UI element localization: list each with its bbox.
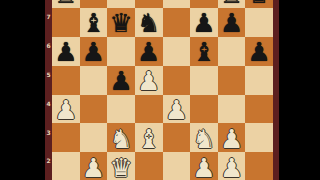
piece-black-queen-c7[interactable]: ♛ xyxy=(109,10,132,36)
square-g5[interactable] xyxy=(218,66,246,95)
piece-black-rook-g8[interactable]: ♜ xyxy=(220,0,243,7)
square-c6[interactable] xyxy=(107,37,135,66)
square-d7[interactable]: ♞ xyxy=(135,8,163,37)
square-f2[interactable]: ♟ xyxy=(190,152,218,180)
square-e8[interactable] xyxy=(163,0,191,8)
square-a6[interactable]: ♟ xyxy=(52,37,80,66)
piece-white-pawn-a4[interactable]: ♟ xyxy=(54,97,77,123)
piece-white-pawn-f2[interactable]: ♟ xyxy=(192,155,215,180)
square-d3[interactable]: ♝ xyxy=(135,123,163,152)
square-h7[interactable] xyxy=(245,8,273,37)
square-h2[interactable] xyxy=(245,152,273,180)
square-h5[interactable] xyxy=(245,66,273,95)
square-h6[interactable]: ♟ xyxy=(245,37,273,66)
square-c5[interactable]: ♟ xyxy=(107,66,135,95)
square-e4[interactable]: ♟ xyxy=(163,95,191,124)
rank-label-2: 2 xyxy=(45,158,52,164)
rank-label-7: 7 xyxy=(45,14,52,20)
square-h8[interactable]: ♚ xyxy=(245,0,273,8)
square-b3[interactable] xyxy=(80,123,108,152)
square-b8[interactable] xyxy=(80,0,108,8)
piece-white-pawn-e4[interactable]: ♟ xyxy=(165,97,188,123)
square-g3[interactable]: ♟ xyxy=(218,123,246,152)
square-g4[interactable] xyxy=(218,95,246,124)
piece-white-knight-f3[interactable]: ♞ xyxy=(192,126,215,152)
square-b2[interactable]: ♟ xyxy=(80,152,108,180)
square-e3[interactable] xyxy=(163,123,191,152)
square-e7[interactable] xyxy=(163,8,191,37)
square-d2[interactable] xyxy=(135,152,163,180)
square-e5[interactable] xyxy=(163,66,191,95)
square-g2[interactable]: ♟ xyxy=(218,152,246,180)
square-c8[interactable] xyxy=(107,0,135,8)
square-d5[interactable]: ♟ xyxy=(135,66,163,95)
square-c2[interactable]: ♛ xyxy=(107,152,135,180)
square-b5[interactable] xyxy=(80,66,108,95)
piece-white-pawn-b2[interactable]: ♟ xyxy=(82,155,105,180)
piece-black-knight-d7[interactable]: ♞ xyxy=(137,10,160,36)
rank-label-5: 5 xyxy=(45,72,52,78)
chess-board-frame: ♜♜♚♝♛♞♟♟♟♟♟♝♟♟♟♟♟♞♝♞♟♟♛♟♟ 765432 xyxy=(45,0,279,180)
piece-black-pawn-b6[interactable]: ♟ xyxy=(82,39,105,65)
square-f8[interactable] xyxy=(190,0,218,8)
square-g8[interactable]: ♜ xyxy=(218,0,246,8)
square-a2[interactable] xyxy=(52,152,80,180)
piece-white-knight-c3[interactable]: ♞ xyxy=(109,126,132,152)
square-d4[interactable] xyxy=(135,95,163,124)
piece-black-pawn-a6[interactable]: ♟ xyxy=(54,39,77,65)
square-b6[interactable]: ♟ xyxy=(80,37,108,66)
square-h4[interactable] xyxy=(245,95,273,124)
piece-black-bishop-f6[interactable]: ♝ xyxy=(192,39,215,65)
piece-white-pawn-d5[interactable]: ♟ xyxy=(137,68,160,94)
square-a3[interactable] xyxy=(52,123,80,152)
square-e6[interactable] xyxy=(163,37,191,66)
piece-white-bishop-d3[interactable]: ♝ xyxy=(137,126,160,152)
square-a7[interactable] xyxy=(52,8,80,37)
chess-board: ♜♜♚♝♛♞♟♟♟♟♟♝♟♟♟♟♟♞♝♞♟♟♛♟♟ xyxy=(52,0,273,180)
piece-black-pawn-g7[interactable]: ♟ xyxy=(220,10,243,36)
square-b4[interactable] xyxy=(80,95,108,124)
piece-black-bishop-b7[interactable]: ♝ xyxy=(82,10,105,36)
square-f3[interactable]: ♞ xyxy=(190,123,218,152)
piece-black-pawn-d6[interactable]: ♟ xyxy=(137,39,160,65)
square-b7[interactable]: ♝ xyxy=(80,8,108,37)
square-f5[interactable] xyxy=(190,66,218,95)
piece-black-pawn-h6[interactable]: ♟ xyxy=(248,39,271,65)
square-c3[interactable]: ♞ xyxy=(107,123,135,152)
square-a8[interactable]: ♜ xyxy=(52,0,80,8)
square-c7[interactable]: ♛ xyxy=(107,8,135,37)
piece-white-pawn-g3[interactable]: ♟ xyxy=(220,126,243,152)
square-g6[interactable] xyxy=(218,37,246,66)
square-f4[interactable] xyxy=(190,95,218,124)
square-c4[interactable] xyxy=(107,95,135,124)
square-g7[interactable]: ♟ xyxy=(218,8,246,37)
piece-black-pawn-f7[interactable]: ♟ xyxy=(192,10,215,36)
square-f7[interactable]: ♟ xyxy=(190,8,218,37)
piece-black-pawn-c5[interactable]: ♟ xyxy=(109,68,132,94)
rank-label-4: 4 xyxy=(45,101,52,107)
rank-label-3: 3 xyxy=(45,130,52,136)
piece-white-queen-c2[interactable]: ♛ xyxy=(109,155,132,180)
square-a4[interactable]: ♟ xyxy=(52,95,80,124)
rank-label-6: 6 xyxy=(45,43,52,49)
square-h3[interactable] xyxy=(245,123,273,152)
piece-white-pawn-g2[interactable]: ♟ xyxy=(220,155,243,180)
square-d6[interactable]: ♟ xyxy=(135,37,163,66)
square-f6[interactable]: ♝ xyxy=(190,37,218,66)
square-a5[interactable] xyxy=(52,66,80,95)
piece-black-rook-a8[interactable]: ♜ xyxy=(54,0,77,7)
square-e2[interactable] xyxy=(163,152,191,180)
square-d8[interactable] xyxy=(135,0,163,8)
letterbox-stage: ♜♜♚♝♛♞♟♟♟♟♟♝♟♟♟♟♟♞♝♞♟♟♛♟♟ 765432 xyxy=(0,0,320,180)
piece-black-king-h8[interactable]: ♚ xyxy=(248,0,271,7)
